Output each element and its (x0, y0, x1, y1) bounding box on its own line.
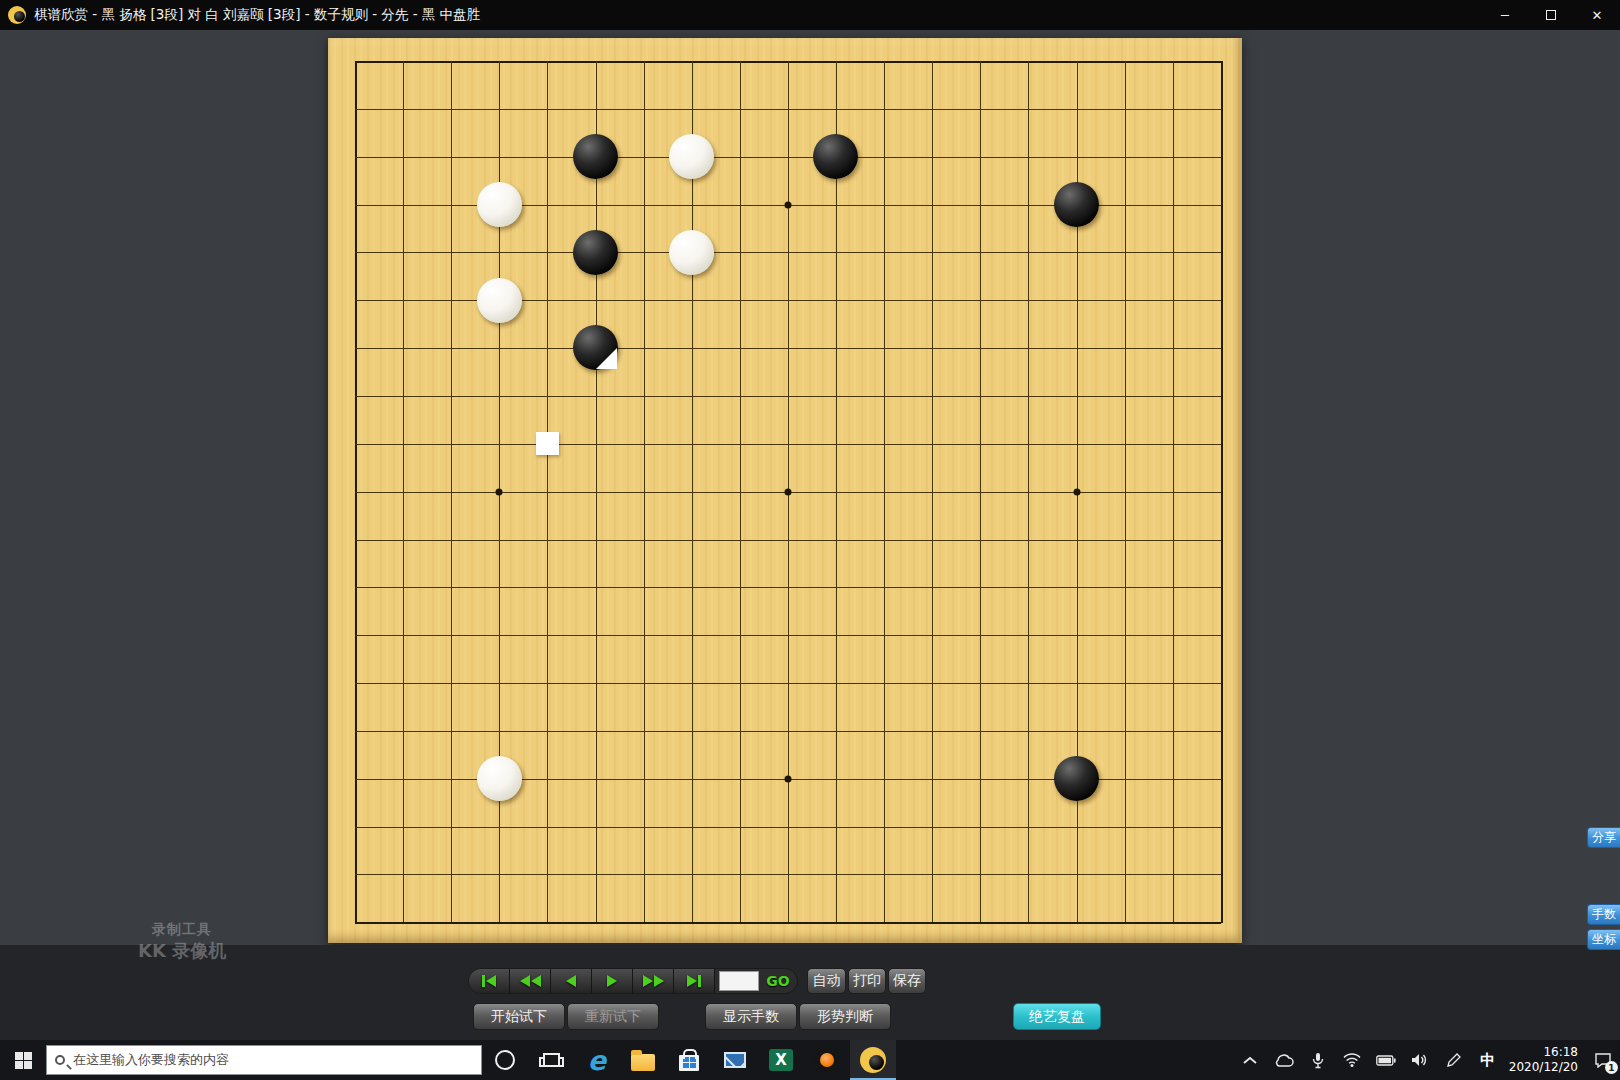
nav-first-button[interactable] (469, 968, 510, 994)
tray-expand-button[interactable] (1233, 1040, 1267, 1080)
watermark-line2: KK 录像机 (138, 939, 226, 963)
go-app-icon (860, 1047, 886, 1073)
white-stone-df (477, 278, 522, 323)
share-button[interactable]: 分享 (1587, 827, 1620, 848)
nav-last-button[interactable] (674, 968, 715, 994)
onedrive-cloud-icon[interactable] (1267, 1040, 1301, 1080)
action-center-button[interactable]: 1 (1586, 1040, 1620, 1080)
black-stone-pd (1054, 182, 1099, 227)
taskbar: 在这里输入你要搜索的内容 e X (0, 1040, 1620, 1080)
move-nav-bar: GO (468, 968, 798, 994)
excel-icon: X (769, 1049, 793, 1071)
mail-envelope-icon (724, 1052, 746, 1068)
save-button[interactable]: 保存 (888, 968, 926, 994)
black-stone-fg (573, 325, 618, 370)
black-stone-fc (573, 134, 618, 179)
excel-button[interactable]: X (758, 1040, 804, 1080)
windows-logo-icon (15, 1052, 32, 1069)
minimize-button[interactable]: ─ (1482, 0, 1528, 30)
watermark-line1: 录制工具 (138, 921, 226, 939)
clock-date: 2020/12/20 (1509, 1060, 1578, 1075)
maximize-button[interactable] (1528, 0, 1574, 30)
window-title: 棋谱欣赏 - 黑 扬格 [3段] 对 白 刘嘉颐 [3段] - 数子规则 - 分… (34, 6, 480, 24)
file-explorer-button[interactable] (620, 1040, 666, 1080)
folder-icon (631, 1054, 655, 1071)
black-stone-pp (1054, 756, 1099, 801)
title-bar: 棋谱欣赏 - 黑 扬格 [3段] 对 白 刘嘉颐 [3段] - 数子规则 - 分… (0, 0, 1620, 30)
white-stone-he (669, 230, 714, 275)
system-tray: 中 16:18 2020/12/20 1 (1233, 1040, 1620, 1080)
start-trial-button[interactable]: 开始试下 (473, 1003, 565, 1030)
kk-recorder-button[interactable] (804, 1040, 850, 1080)
store-bag-icon (679, 1055, 699, 1071)
window-controls: ─ ✕ (1482, 0, 1620, 30)
show-move-numbers-button[interactable]: 显示手数 (705, 1003, 797, 1030)
print-button[interactable]: 打印 (848, 968, 886, 994)
white-square-marker-ei (536, 432, 559, 455)
restart-trial-button[interactable]: 重新试下 (567, 1003, 659, 1030)
clock-time: 16:18 (1509, 1045, 1578, 1060)
edge-icon: e (588, 1047, 606, 1074)
nav-back-button[interactable] (551, 968, 592, 994)
move-number-input[interactable] (719, 971, 759, 991)
maximize-icon (1546, 10, 1556, 20)
search-placeholder: 在这里输入你要搜索的内容 (73, 1051, 229, 1069)
microphone-icon[interactable] (1301, 1040, 1335, 1080)
task-view-button[interactable] (528, 1040, 574, 1080)
white-stone-dp (477, 756, 522, 801)
task-view-icon (543, 1053, 560, 1067)
start-button[interactable] (0, 1040, 46, 1080)
nav-fast-forward-button[interactable] (633, 968, 674, 994)
move-count-toggle[interactable]: 手数 (1587, 904, 1620, 925)
recorder-watermark: 录制工具 KK 录像机 (138, 921, 226, 963)
black-stone-kc (813, 134, 858, 179)
volume-icon[interactable] (1403, 1040, 1437, 1080)
cortana-button[interactable] (482, 1040, 528, 1080)
close-button[interactable]: ✕ (1574, 0, 1620, 30)
go-app-button[interactable] (850, 1040, 896, 1080)
go-button[interactable]: GO (759, 973, 797, 989)
stones-layer (331, 37, 1245, 947)
nav-play-button[interactable] (592, 968, 633, 994)
battery-icon[interactable] (1369, 1040, 1403, 1080)
mail-button[interactable] (712, 1040, 758, 1080)
position-judge-button[interactable]: 形势判断 (799, 1003, 891, 1030)
last-move-triangle-marker (596, 348, 617, 369)
notification-badge: 1 (1605, 1061, 1618, 1074)
wifi-icon[interactable] (1335, 1040, 1369, 1080)
edge-browser-button[interactable]: e (574, 1040, 620, 1080)
go-board[interactable] (328, 38, 1242, 943)
jueyi-review-button[interactable]: 绝艺复盘 (1013, 1003, 1101, 1030)
taskbar-search-input[interactable]: 在这里输入你要搜索的内容 (46, 1045, 482, 1075)
screen: 棋谱欣赏 - 黑 扬格 [3段] 对 白 刘嘉颐 [3段] - 数子规则 - 分… (0, 0, 1620, 1080)
white-stone-dd (477, 182, 522, 227)
ime-indicator[interactable]: 中 (1471, 1040, 1505, 1080)
store-button[interactable] (666, 1040, 712, 1080)
nav-fast-back-button[interactable] (510, 968, 551, 994)
kk-recorder-icon (815, 1048, 839, 1072)
cortana-icon (495, 1050, 515, 1070)
black-stone-fe (573, 230, 618, 275)
white-stone-hc (669, 134, 714, 179)
search-icon (55, 1055, 65, 1065)
pen-icon[interactable] (1437, 1040, 1471, 1080)
auto-play-button[interactable]: 自动 (807, 968, 846, 994)
taskbar-clock[interactable]: 16:18 2020/12/20 (1505, 1045, 1586, 1075)
app-go-icon (8, 6, 26, 24)
coordinates-toggle[interactable]: 坐标 (1587, 929, 1620, 950)
